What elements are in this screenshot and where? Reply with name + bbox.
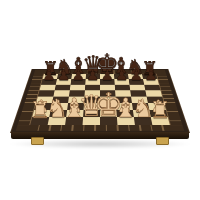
piece-black-pawn-a7[interactable]: ♟ [43,68,56,83]
piece-black-pawn-b7[interactable]: ♟ [57,68,70,83]
piece-black-pawn-g7[interactable]: ♟ [130,68,143,83]
piece-black-pawn-e7[interactable]: ♟ [101,68,114,83]
piece-black-pawn-d7[interactable]: ♟ [86,68,99,83]
chess-set-photo: ♜♞♝♛♚♝♞♜♟♟♟♟♟♟♟♟♟♟♟♟♟♟♟♟♜♞♝♛♚♝♞♜ [0,0,200,200]
piece-black-pawn-c7[interactable]: ♟ [72,68,85,83]
piece-black-pawn-h7[interactable]: ♟ [144,68,157,83]
piece-layer: ♜♞♝♛♚♝♞♜♟♟♟♟♟♟♟♟♟♟♟♟♟♟♟♟♜♞♝♛♚♝♞♜ [0,0,200,200]
border-strip-bottom [16,125,185,131]
piece-white-rook-h1[interactable]: ♜ [150,99,171,122]
hinge-left [31,137,44,145]
piece-black-pawn-f7[interactable]: ♟ [115,68,128,83]
hinge-right [156,137,169,145]
